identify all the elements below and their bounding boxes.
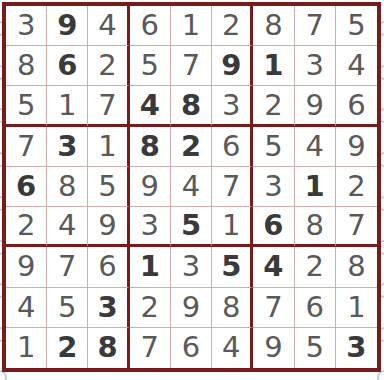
cell-r7c2[interactable]: 7 — [47, 247, 88, 287]
cell-r3c5[interactable]: 8 — [171, 86, 212, 126]
cell-r2c1[interactable]: 8 — [6, 46, 47, 86]
cell-r2c2[interactable]: 6 — [47, 46, 88, 86]
cell-r8c4[interactable]: 2 — [130, 288, 171, 328]
cell-r9c5[interactable]: 6 — [171, 328, 212, 368]
cell-r2c8[interactable]: 3 — [295, 46, 336, 86]
cell-r4c4[interactable]: 8 — [130, 127, 171, 167]
cell-r1c3[interactable]: 4 — [88, 6, 129, 46]
cell-r3c9[interactable]: 6 — [336, 86, 377, 126]
cell-r6c7[interactable]: 6 — [253, 207, 294, 247]
cell-r6c4[interactable]: 3 — [130, 207, 171, 247]
cell-r6c1[interactable]: 2 — [6, 207, 47, 247]
cell-r4c1[interactable]: 7 — [6, 127, 47, 167]
cell-r7c8[interactable]: 2 — [295, 247, 336, 287]
cell-r1c6[interactable]: 2 — [212, 6, 253, 46]
cell-r3c7[interactable]: 2 — [253, 86, 294, 126]
cell-r9c2[interactable]: 2 — [47, 328, 88, 368]
cell-r4c2[interactable]: 3 — [47, 127, 88, 167]
cell-r8c9[interactable]: 1 — [336, 288, 377, 328]
cell-r8c2[interactable]: 5 — [47, 288, 88, 328]
cell-r7c9[interactable]: 8 — [336, 247, 377, 287]
cell-r5c1[interactable]: 6 — [6, 167, 47, 207]
cell-r2c6[interactable]: 9 — [212, 46, 253, 86]
cell-r5c7[interactable]: 3 — [253, 167, 294, 207]
cell-r7c1[interactable]: 9 — [6, 247, 47, 287]
cell-r5c5[interactable]: 4 — [171, 167, 212, 207]
sudoku-board: 3946128758625791345174832967318265496859… — [2, 2, 381, 372]
cell-r2c9[interactable]: 4 — [336, 46, 377, 86]
cell-r4c7[interactable]: 5 — [253, 127, 294, 167]
cell-r2c3[interactable]: 2 — [88, 46, 129, 86]
cell-r9c3[interactable]: 8 — [88, 328, 129, 368]
cell-r1c9[interactable]: 5 — [336, 6, 377, 46]
cell-r3c2[interactable]: 1 — [47, 86, 88, 126]
cell-r7c4[interactable]: 1 — [130, 247, 171, 287]
cell-r9c4[interactable]: 7 — [130, 328, 171, 368]
cell-r4c9[interactable]: 9 — [336, 127, 377, 167]
cell-r2c4[interactable]: 5 — [130, 46, 171, 86]
cell-r9c7[interactable]: 9 — [253, 328, 294, 368]
cell-r8c6[interactable]: 8 — [212, 288, 253, 328]
cell-r8c7[interactable]: 7 — [253, 288, 294, 328]
cell-r3c1[interactable]: 5 — [6, 86, 47, 126]
cell-r4c3[interactable]: 1 — [88, 127, 129, 167]
cell-r5c8[interactable]: 1 — [295, 167, 336, 207]
cell-r1c2[interactable]: 9 — [47, 6, 88, 46]
cell-r1c5[interactable]: 1 — [171, 6, 212, 46]
cell-r5c9[interactable]: 2 — [336, 167, 377, 207]
cell-r5c3[interactable]: 5 — [88, 167, 129, 207]
cell-r6c9[interactable]: 7 — [336, 207, 377, 247]
cell-r7c6[interactable]: 5 — [212, 247, 253, 287]
cell-r6c8[interactable]: 8 — [295, 207, 336, 247]
cell-r6c3[interactable]: 9 — [88, 207, 129, 247]
cell-r8c1[interactable]: 4 — [6, 288, 47, 328]
cell-r1c4[interactable]: 6 — [130, 6, 171, 46]
cell-r5c2[interactable]: 8 — [47, 167, 88, 207]
cell-r1c8[interactable]: 7 — [295, 6, 336, 46]
cell-r2c7[interactable]: 1 — [253, 46, 294, 86]
cell-r3c3[interactable]: 7 — [88, 86, 129, 126]
cell-r3c6[interactable]: 3 — [212, 86, 253, 126]
cell-r9c6[interactable]: 4 — [212, 328, 253, 368]
cell-r8c5[interactable]: 9 — [171, 288, 212, 328]
cell-r1c1[interactable]: 3 — [6, 6, 47, 46]
cell-r6c2[interactable]: 4 — [47, 207, 88, 247]
cell-r6c5[interactable]: 5 — [171, 207, 212, 247]
cell-r3c4[interactable]: 4 — [130, 86, 171, 126]
cell-r9c9[interactable]: 3 — [336, 328, 377, 368]
cell-r4c8[interactable]: 4 — [295, 127, 336, 167]
cell-r2c5[interactable]: 7 — [171, 46, 212, 86]
cell-r4c5[interactable]: 2 — [171, 127, 212, 167]
cell-r8c3[interactable]: 3 — [88, 288, 129, 328]
cell-r9c8[interactable]: 5 — [295, 328, 336, 368]
cell-r4c6[interactable]: 6 — [212, 127, 253, 167]
cell-r9c1[interactable]: 1 — [6, 328, 47, 368]
cell-r7c3[interactable]: 6 — [88, 247, 129, 287]
cell-r5c6[interactable]: 7 — [212, 167, 253, 207]
cell-r1c7[interactable]: 8 — [253, 6, 294, 46]
cell-r3c8[interactable]: 9 — [295, 86, 336, 126]
cell-r7c5[interactable]: 3 — [171, 247, 212, 287]
cell-r6c6[interactable]: 1 — [212, 207, 253, 247]
cell-r7c7[interactable]: 4 — [253, 247, 294, 287]
cell-r5c4[interactable]: 9 — [130, 167, 171, 207]
cell-r8c8[interactable]: 6 — [295, 288, 336, 328]
